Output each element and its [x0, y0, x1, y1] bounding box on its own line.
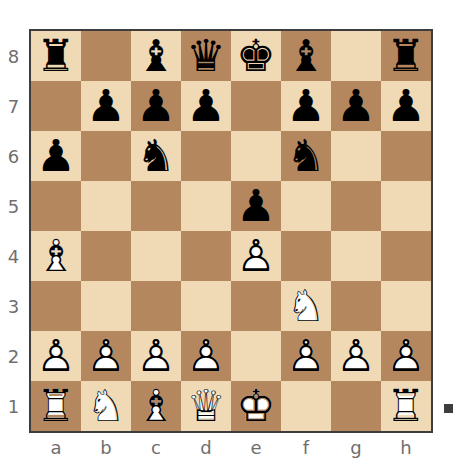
rank-labels: 87654321 — [0, 31, 27, 431]
file-label-a: a — [31, 434, 81, 460]
square-b7[interactable]: ♟ — [81, 81, 131, 131]
rank-label-2: 2 — [0, 331, 27, 381]
file-label-f: f — [281, 434, 331, 460]
square-h2[interactable]: ♟♙ — [381, 331, 431, 381]
square-c2[interactable]: ♟♙ — [131, 331, 181, 381]
piece-white-knight[interactable]: ♞♘ — [81, 381, 131, 431]
square-b1[interactable]: ♞♘ — [81, 381, 131, 431]
black-piece-glyph: ♝ — [136, 31, 175, 81]
rank-label-5: 5 — [0, 181, 27, 231]
black-piece-glyph: ♟ — [386, 81, 425, 131]
square-b8[interactable] — [81, 31, 131, 81]
square-e6[interactable] — [231, 131, 281, 181]
white-piece-outline-glyph: ♘ — [286, 281, 325, 331]
piece-black-pawn[interactable]: ♟ — [331, 81, 381, 131]
piece-black-knight[interactable]: ♞ — [131, 131, 181, 181]
square-h7[interactable]: ♟ — [381, 81, 431, 131]
piece-white-bishop[interactable]: ♝♗ — [31, 231, 81, 281]
square-g8[interactable] — [331, 31, 381, 81]
piece-black-king[interactable]: ♚ — [231, 31, 281, 81]
piece-white-pawn[interactable]: ♟♙ — [281, 331, 331, 381]
white-piece-outline-glyph: ♔ — [236, 381, 275, 431]
square-a1[interactable]: ♜♖ — [31, 381, 81, 431]
piece-black-knight[interactable]: ♞ — [281, 131, 331, 181]
square-d8[interactable]: ♛ — [181, 31, 231, 81]
square-e3[interactable] — [231, 281, 281, 331]
white-piece-outline-glyph: ♙ — [36, 331, 75, 381]
square-c4[interactable] — [131, 231, 181, 281]
piece-white-pawn[interactable]: ♟♙ — [131, 331, 181, 381]
white-piece-outline-glyph: ♖ — [386, 381, 425, 431]
square-d2[interactable]: ♟♙ — [181, 331, 231, 381]
white-piece-outline-glyph: ♘ — [86, 381, 125, 431]
piece-white-pawn[interactable]: ♟♙ — [231, 231, 281, 281]
white-piece-outline-glyph: ♗ — [36, 231, 75, 281]
piece-black-pawn[interactable]: ♟ — [81, 81, 131, 131]
square-f3[interactable]: ♞♘ — [281, 281, 331, 331]
rank-label-4: 4 — [0, 231, 27, 281]
square-e7[interactable] — [231, 81, 281, 131]
square-a3[interactable] — [31, 281, 81, 331]
square-g7[interactable]: ♟ — [331, 81, 381, 131]
piece-white-queen[interactable]: ♛♕ — [181, 381, 231, 431]
square-e4[interactable]: ♟♙ — [231, 231, 281, 281]
square-h1[interactable]: ♜♖ — [381, 381, 431, 431]
file-label-e: e — [231, 434, 281, 460]
piece-white-rook[interactable]: ♜♖ — [31, 381, 81, 431]
piece-black-queen[interactable]: ♛ — [181, 31, 231, 81]
black-piece-glyph: ♞ — [136, 131, 175, 181]
square-g3[interactable] — [331, 281, 381, 331]
square-a7[interactable] — [31, 81, 81, 131]
file-label-c: c — [131, 434, 181, 460]
square-f7[interactable]: ♟ — [281, 81, 331, 131]
square-b6[interactable] — [81, 131, 131, 181]
square-c7[interactable]: ♟ — [131, 81, 181, 131]
file-label-h: h — [381, 434, 431, 460]
square-a4[interactable]: ♝♗ — [31, 231, 81, 281]
square-h8[interactable]: ♜ — [381, 31, 431, 81]
white-piece-outline-glyph: ♖ — [36, 381, 75, 431]
piece-black-pawn[interactable]: ♟ — [381, 81, 431, 131]
square-c3[interactable] — [131, 281, 181, 331]
rank-label-6: 6 — [0, 131, 27, 181]
rank-label-1: 1 — [0, 381, 27, 431]
square-f2[interactable]: ♟♙ — [281, 331, 331, 381]
rank-label-3: 3 — [0, 281, 27, 331]
square-d1[interactable]: ♛♕ — [181, 381, 231, 431]
square-e1[interactable]: ♚♔ — [231, 381, 281, 431]
square-f1[interactable] — [281, 381, 331, 431]
square-a8[interactable]: ♜ — [31, 31, 81, 81]
white-piece-outline-glyph: ♙ — [386, 331, 425, 381]
square-d6[interactable] — [181, 131, 231, 181]
chess-board: ♜♝♛♚♝♜♟♟♟♟♟♟♟♞♞♟♝♗♟♙♞♘♟♙♟♙♟♙♟♙♟♙♟♙♟♙♜♖♞♘… — [29, 29, 433, 433]
square-d4[interactable] — [181, 231, 231, 281]
white-piece-outline-glyph: ♙ — [286, 331, 325, 381]
black-piece-glyph: ♟ — [286, 81, 325, 131]
white-piece-outline-glyph: ♙ — [186, 331, 225, 381]
file-label-d: d — [181, 434, 231, 460]
square-b3[interactable] — [81, 281, 131, 331]
white-piece-outline-glyph: ♙ — [336, 331, 375, 381]
square-a6[interactable]: ♟ — [31, 131, 81, 181]
black-piece-glyph: ♟ — [86, 81, 125, 131]
black-piece-glyph: ♟ — [136, 81, 175, 131]
black-piece-glyph: ♟ — [36, 131, 75, 181]
piece-black-pawn[interactable]: ♟ — [231, 181, 281, 231]
square-f4[interactable] — [281, 231, 331, 281]
square-g1[interactable] — [331, 381, 381, 431]
square-g4[interactable] — [331, 231, 381, 281]
side-to-move-indicator — [444, 404, 453, 413]
piece-black-pawn[interactable]: ♟ — [131, 81, 181, 131]
square-f8[interactable]: ♝ — [281, 31, 331, 81]
piece-black-pawn[interactable]: ♟ — [181, 81, 231, 131]
rank-label-8: 8 — [0, 31, 27, 81]
black-piece-glyph: ♝ — [286, 31, 325, 81]
piece-black-rook[interactable]: ♜ — [381, 31, 431, 81]
square-c5[interactable] — [131, 181, 181, 231]
black-piece-glyph: ♞ — [286, 131, 325, 181]
white-piece-outline-glyph: ♙ — [236, 231, 275, 281]
file-labels: abcdefgh — [31, 434, 431, 460]
square-a5[interactable] — [31, 181, 81, 231]
black-piece-glyph: ♟ — [186, 81, 225, 131]
square-c6[interactable]: ♞ — [131, 131, 181, 181]
rank-label-7: 7 — [0, 81, 27, 131]
square-e5[interactable]: ♟ — [231, 181, 281, 231]
piece-white-pawn[interactable]: ♟♙ — [81, 331, 131, 381]
square-d3[interactable] — [181, 281, 231, 331]
piece-black-bishop[interactable]: ♝ — [281, 31, 331, 81]
black-piece-glyph: ♛ — [186, 31, 225, 81]
square-h6[interactable] — [381, 131, 431, 181]
piece-white-knight[interactable]: ♞♘ — [281, 281, 331, 331]
square-h4[interactable] — [381, 231, 431, 281]
square-c1[interactable]: ♝♗ — [131, 381, 181, 431]
file-label-b: b — [81, 434, 131, 460]
black-piece-glyph: ♜ — [386, 31, 425, 81]
black-piece-glyph: ♜ — [36, 31, 75, 81]
black-piece-glyph: ♚ — [236, 31, 275, 81]
piece-black-rook[interactable]: ♜ — [31, 31, 81, 81]
square-b2[interactable]: ♟♙ — [81, 331, 131, 381]
piece-black-pawn[interactable]: ♟ — [281, 81, 331, 131]
piece-white-pawn[interactable]: ♟♙ — [181, 331, 231, 381]
square-b5[interactable] — [81, 181, 131, 231]
piece-white-pawn[interactable]: ♟♙ — [31, 331, 81, 381]
piece-white-rook[interactable]: ♜♖ — [381, 381, 431, 431]
piece-black-pawn[interactable]: ♟ — [31, 131, 81, 181]
square-e8[interactable]: ♚ — [231, 31, 281, 81]
white-piece-outline-glyph: ♙ — [86, 331, 125, 381]
square-d7[interactable]: ♟ — [181, 81, 231, 131]
file-label-g: g — [331, 434, 381, 460]
square-c8[interactable]: ♝ — [131, 31, 181, 81]
black-piece-glyph: ♟ — [336, 81, 375, 131]
piece-black-bishop[interactable]: ♝ — [131, 31, 181, 81]
white-piece-outline-glyph: ♙ — [136, 331, 175, 381]
square-d5[interactable] — [181, 181, 231, 231]
square-g2[interactable]: ♟♙ — [331, 331, 381, 381]
white-piece-outline-glyph: ♕ — [186, 381, 225, 431]
piece-white-pawn[interactable]: ♟♙ — [331, 331, 381, 381]
white-piece-outline-glyph: ♗ — [136, 381, 175, 431]
square-g5[interactable] — [331, 181, 381, 231]
piece-white-bishop[interactable]: ♝♗ — [131, 381, 181, 431]
square-e2[interactable] — [231, 331, 281, 381]
square-h3[interactable] — [381, 281, 431, 331]
piece-white-king[interactable]: ♚♔ — [231, 381, 281, 431]
piece-white-pawn[interactable]: ♟♙ — [381, 331, 431, 381]
square-b4[interactable] — [81, 231, 131, 281]
square-h5[interactable] — [381, 181, 431, 231]
square-f6[interactable]: ♞ — [281, 131, 331, 181]
square-f5[interactable] — [281, 181, 331, 231]
square-g6[interactable] — [331, 131, 381, 181]
black-piece-glyph: ♟ — [236, 181, 275, 231]
square-a2[interactable]: ♟♙ — [31, 331, 81, 381]
